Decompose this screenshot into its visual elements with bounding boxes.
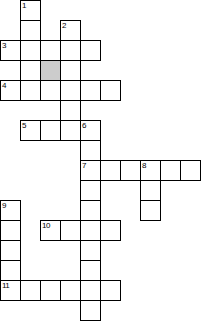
cell-r2c2[interactable] [40,40,61,61]
cell-r4c3[interactable] [60,80,81,101]
cell-r6c2[interactable] [40,120,61,141]
cell-r1c1[interactable] [20,20,41,41]
cell-r8c5[interactable] [100,160,121,181]
cell-r11c2[interactable]: 10 [40,220,61,241]
cell-r14c2[interactable] [40,280,61,301]
cell-r14c4[interactable] [80,280,101,301]
cell-r10c4[interactable] [80,200,101,221]
clue-number-11: 11 [2,281,9,290]
cell-r2c3[interactable] [60,40,81,61]
cell-r9c4[interactable] [80,180,101,201]
cell-r12c0[interactable] [0,240,21,261]
cell-r13c4[interactable] [80,260,101,281]
cell-r10c7[interactable] [140,200,161,221]
clue-number-1: 1 [22,1,26,10]
cell-r4c5[interactable] [100,80,121,101]
clue-number-6: 6 [82,121,86,130]
cell-r2c0[interactable]: 3 [0,40,21,61]
cell-r14c3[interactable] [60,280,81,301]
cell-r8c6[interactable] [120,160,141,181]
cell-r5c3[interactable] [60,100,81,121]
shaded-cell-r3c2[interactable] [40,60,61,81]
crossword-grid: 1234567891011 [0,0,201,321]
cell-r4c2[interactable] [40,80,61,101]
cell-r11c4[interactable] [80,220,101,241]
cell-r10c0[interactable]: 9 [0,200,21,221]
clue-number-4: 4 [2,81,6,90]
clue-number-8: 8 [142,161,146,170]
cell-r4c4[interactable] [80,80,101,101]
cell-r2c1[interactable] [20,40,41,61]
cell-r12c4[interactable] [80,240,101,261]
cell-r3c1[interactable] [20,60,41,81]
cell-r1c3[interactable]: 2 [60,20,81,41]
cell-r9c7[interactable] [140,180,161,201]
cell-r4c0[interactable]: 4 [0,80,21,101]
cell-r15c4[interactable] [80,300,101,321]
cell-r11c5[interactable] [100,220,121,241]
clue-number-10: 10 [42,221,50,230]
clue-number-2: 2 [62,21,66,30]
cell-r8c4[interactable]: 7 [80,160,101,181]
cell-r13c0[interactable] [0,260,21,281]
cell-r14c0[interactable]: 11 [0,280,21,301]
clue-number-5: 5 [22,121,26,130]
cell-r8c7[interactable]: 8 [140,160,161,181]
cell-r8c9[interactable] [180,160,201,181]
cell-r6c1[interactable]: 5 [20,120,41,141]
cell-r14c5[interactable] [100,280,121,301]
clue-number-7: 7 [82,161,86,170]
cell-r2c4[interactable] [80,40,101,61]
cell-r14c1[interactable] [20,280,41,301]
cell-r6c3[interactable] [60,120,81,141]
cell-r7c4[interactable] [80,140,101,161]
cell-r4c1[interactable] [20,80,41,101]
cell-r8c8[interactable] [160,160,181,181]
cell-r11c3[interactable] [60,220,81,241]
cell-r6c4[interactable]: 6 [80,120,101,141]
cell-r11c0[interactable] [0,220,21,241]
clue-number-9: 9 [2,201,6,210]
clue-number-3: 3 [2,41,6,50]
cell-r0c1[interactable]: 1 [20,0,41,21]
cell-r3c3[interactable] [60,60,81,81]
